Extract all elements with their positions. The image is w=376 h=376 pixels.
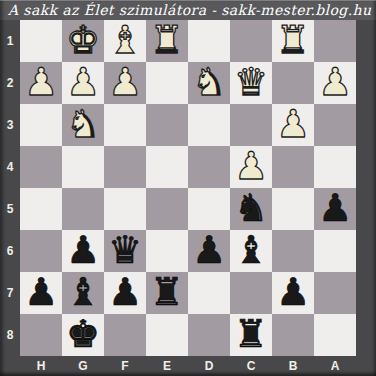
square-b3[interactable]: ♟: [272, 104, 314, 146]
piece-black-pawn: ♟: [314, 188, 356, 230]
square-h1[interactable]: [20, 20, 62, 62]
square-f4[interactable]: [104, 146, 146, 188]
piece-white-pawn: ♟: [230, 146, 272, 188]
square-c2[interactable]: ♛: [230, 62, 272, 104]
rank-label-1: 1: [0, 20, 20, 62]
square-e5[interactable]: [146, 188, 188, 230]
rank-label-8: 8: [0, 314, 20, 356]
square-g3[interactable]: ♞: [62, 104, 104, 146]
square-g8[interactable]: ♚: [62, 314, 104, 356]
title-bar: A sakk az Élet szimulátora - sakk-mester…: [0, 0, 376, 20]
file-labels: HGFEDCBA: [20, 356, 356, 376]
square-h2[interactable]: ♟: [20, 62, 62, 104]
square-f5[interactable]: [104, 188, 146, 230]
square-h8[interactable]: [20, 314, 62, 356]
square-d5[interactable]: [188, 188, 230, 230]
piece-white-bishop: ♝: [104, 20, 146, 62]
square-a2[interactable]: ♟: [314, 62, 356, 104]
chess-diagram: A sakk az Élet szimulátora - sakk-mester…: [0, 0, 376, 376]
piece-white-pawn: ♟: [272, 104, 314, 146]
square-g1[interactable]: ♚: [62, 20, 104, 62]
square-d2[interactable]: ♞: [188, 62, 230, 104]
square-d6[interactable]: ♟: [188, 230, 230, 272]
square-e6[interactable]: [146, 230, 188, 272]
square-c3[interactable]: [230, 104, 272, 146]
square-a1[interactable]: [314, 20, 356, 62]
rank-label-6: 6: [0, 230, 20, 272]
square-e1[interactable]: ♜: [146, 20, 188, 62]
file-label-b: B: [272, 356, 314, 376]
piece-black-bishop: ♝: [230, 230, 272, 272]
square-f3[interactable]: [104, 104, 146, 146]
piece-white-knight: ♞: [62, 104, 104, 146]
square-d3[interactable]: [188, 104, 230, 146]
square-b4[interactable]: [272, 146, 314, 188]
piece-black-pawn: ♟: [188, 230, 230, 272]
piece-black-pawn: ♟: [104, 272, 146, 314]
square-g7[interactable]: ♝: [62, 272, 104, 314]
piece-black-pawn: ♟: [272, 272, 314, 314]
square-d7[interactable]: [188, 272, 230, 314]
piece-white-rook: ♜: [146, 20, 188, 62]
piece-black-rook: ♜: [230, 314, 272, 356]
square-f6[interactable]: ♛: [104, 230, 146, 272]
file-label-a: A: [314, 356, 356, 376]
square-a3[interactable]: [314, 104, 356, 146]
square-g5[interactable]: [62, 188, 104, 230]
file-label-g: G: [62, 356, 104, 376]
piece-white-queen: ♛: [230, 62, 272, 104]
square-f2[interactable]: ♟: [104, 62, 146, 104]
rank-label-5: 5: [0, 188, 20, 230]
square-f1[interactable]: ♝: [104, 20, 146, 62]
square-e3[interactable]: [146, 104, 188, 146]
square-c4[interactable]: ♟: [230, 146, 272, 188]
square-h5[interactable]: [20, 188, 62, 230]
square-c5[interactable]: ♞: [230, 188, 272, 230]
piece-white-king: ♚: [62, 20, 104, 62]
square-a7[interactable]: [314, 272, 356, 314]
piece-white-pawn: ♟: [20, 62, 62, 104]
piece-black-rook: ♜: [146, 272, 188, 314]
file-label-e: E: [146, 356, 188, 376]
piece-black-pawn: ♟: [62, 230, 104, 272]
piece-black-queen: ♛: [104, 230, 146, 272]
square-e7[interactable]: ♜: [146, 272, 188, 314]
file-label-c: C: [230, 356, 272, 376]
square-h7[interactable]: ♟: [20, 272, 62, 314]
piece-white-pawn: ♟: [104, 62, 146, 104]
rank-label-4: 4: [0, 146, 20, 188]
square-g2[interactable]: ♟: [62, 62, 104, 104]
rank-labels: 12345678: [0, 20, 20, 356]
square-d1[interactable]: [188, 20, 230, 62]
board-frame: 12345678 ♚♝♜♜♟♟♟♞♛♟♞♟♟♞♟♟♛♟♝♟♝♟♜♟♚♜ HGFE…: [0, 20, 376, 376]
piece-black-bishop: ♝: [62, 272, 104, 314]
square-b1[interactable]: ♜: [272, 20, 314, 62]
square-c7[interactable]: [230, 272, 272, 314]
square-a5[interactable]: ♟: [314, 188, 356, 230]
piece-black-knight: ♞: [230, 188, 272, 230]
title-text: A sakk az Élet szimulátora - sakk-mester…: [8, 2, 371, 18]
piece-white-pawn: ♟: [314, 62, 356, 104]
square-b7[interactable]: ♟: [272, 272, 314, 314]
square-a8[interactable]: [314, 314, 356, 356]
square-h4[interactable]: [20, 146, 62, 188]
piece-white-pawn: ♟: [62, 62, 104, 104]
square-b5[interactable]: [272, 188, 314, 230]
file-label-f: F: [104, 356, 146, 376]
square-b8[interactable]: [272, 314, 314, 356]
square-g4[interactable]: [62, 146, 104, 188]
square-e8[interactable]: [146, 314, 188, 356]
square-c1[interactable]: [230, 20, 272, 62]
piece-white-rook: ♜: [272, 20, 314, 62]
square-g6[interactable]: ♟: [62, 230, 104, 272]
square-a6[interactable]: [314, 230, 356, 272]
square-c6[interactable]: ♝: [230, 230, 272, 272]
square-a4[interactable]: [314, 146, 356, 188]
square-d4[interactable]: [188, 146, 230, 188]
rank-label-3: 3: [0, 104, 20, 146]
file-label-h: H: [20, 356, 62, 376]
square-b6[interactable]: [272, 230, 314, 272]
square-f7[interactable]: ♟: [104, 272, 146, 314]
square-h3[interactable]: [20, 104, 62, 146]
square-d8[interactable]: [188, 314, 230, 356]
square-c8[interactable]: ♜: [230, 314, 272, 356]
square-e4[interactable]: [146, 146, 188, 188]
square-h6[interactable]: [20, 230, 62, 272]
square-b2[interactable]: [272, 62, 314, 104]
rank-label-7: 7: [0, 272, 20, 314]
square-f8[interactable]: [104, 314, 146, 356]
piece-black-pawn: ♟: [20, 272, 62, 314]
chess-board: ♚♝♜♜♟♟♟♞♛♟♞♟♟♞♟♟♛♟♝♟♝♟♜♟♚♜: [20, 20, 356, 356]
square-e2[interactable]: [146, 62, 188, 104]
file-label-d: D: [188, 356, 230, 376]
rank-label-2: 2: [0, 62, 20, 104]
piece-white-knight: ♞: [188, 62, 230, 104]
piece-black-king: ♚: [62, 314, 104, 356]
